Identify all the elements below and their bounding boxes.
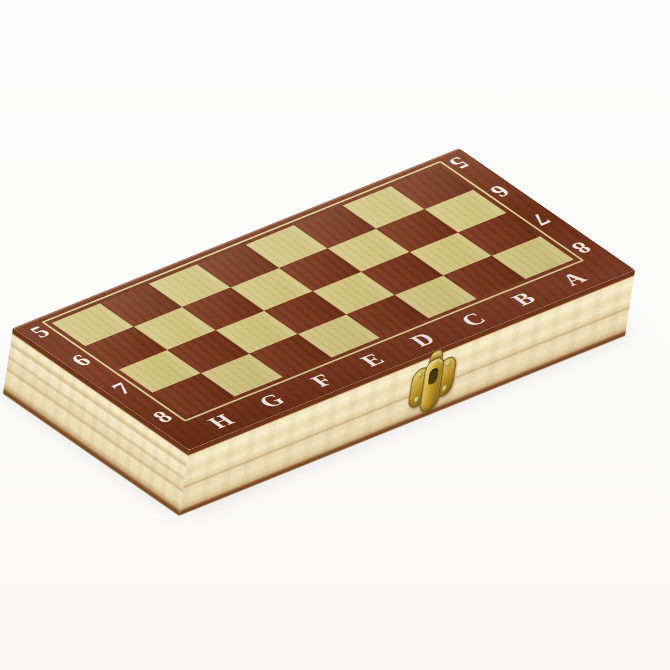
file-label-c: C (456, 310, 491, 329)
file-label-e: E (356, 351, 389, 370)
file-label-g: G (254, 391, 290, 411)
file-label-h: H (203, 411, 239, 431)
product-photo-scene: HGFEDCBA56785678 (0, 0, 670, 670)
file-label-f: F (306, 371, 338, 389)
file-label-b: B (507, 290, 540, 309)
file-label-a: A (557, 269, 592, 288)
file-label-d: D (406, 330, 441, 349)
